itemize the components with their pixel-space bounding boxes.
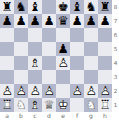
square-e4[interactable]: ♟♙	[56, 56, 70, 70]
chess-board: ♜♞♝♚♝♞♜♟♟♟♟♛♟♟♟♟♝♗♟♙♟♙♟♙♟♙♟♙♟♙♟♙♟♙♜♖♞♘♝♗…	[0, 0, 112, 112]
square-h1[interactable]: ♜♖	[98, 98, 112, 112]
square-e2[interactable]	[56, 84, 70, 98]
square-g8[interactable]: ♞	[84, 0, 98, 14]
white-bishop-fill: ♝	[28, 98, 42, 112]
square-e7[interactable]: ♛	[56, 14, 70, 28]
piece-white-pawn: ♙	[84, 84, 98, 98]
square-g3[interactable]	[84, 70, 98, 84]
square-d6[interactable]	[42, 28, 56, 42]
square-b8[interactable]: ♞	[14, 0, 28, 14]
square-b7[interactable]: ♟	[14, 14, 28, 28]
square-c5[interactable]	[28, 42, 42, 56]
square-b4[interactable]	[14, 56, 28, 70]
piece-black-rook: ♜	[0, 0, 14, 14]
piece-black-bishop: ♝	[70, 0, 84, 14]
rank-label-4: 4	[112, 56, 119, 70]
white-pawn-fill: ♟	[14, 84, 28, 98]
piece-white-bishop: ♗	[28, 56, 42, 70]
square-b3[interactable]	[14, 70, 28, 84]
piece-black-knight: ♞	[14, 0, 28, 14]
white-rook-fill: ♜	[98, 98, 112, 112]
square-f2[interactable]: ♟♙	[70, 84, 84, 98]
white-knight-fill: ♞	[14, 98, 28, 112]
piece-white-king: ♔	[56, 98, 70, 112]
piece-black-knight: ♞	[84, 0, 98, 14]
square-g1[interactable]: ♞♘	[84, 98, 98, 112]
square-h8[interactable]: ♜	[98, 0, 112, 14]
square-a4[interactable]	[0, 56, 14, 70]
square-f1[interactable]	[70, 98, 84, 112]
white-bishop-fill: ♝	[28, 56, 42, 70]
piece-white-pawn: ♙	[28, 84, 42, 98]
square-d2[interactable]: ♟♙	[42, 84, 56, 98]
square-h3[interactable]	[98, 70, 112, 84]
piece-white-rook: ♖	[0, 98, 14, 112]
white-pawn-fill: ♟	[70, 84, 84, 98]
piece-black-rook: ♜	[98, 0, 112, 14]
white-knight-fill: ♞	[84, 98, 98, 112]
file-label-g: g	[84, 112, 98, 120]
square-e8[interactable]: ♚	[56, 0, 70, 14]
square-h6[interactable]	[98, 28, 112, 42]
piece-black-pawn: ♟	[14, 14, 28, 28]
square-h5[interactable]	[98, 42, 112, 56]
white-rook-fill: ♜	[0, 98, 14, 112]
piece-white-knight: ♘	[14, 98, 28, 112]
rank-label-1: 1	[112, 98, 119, 112]
square-d1[interactable]: ♛♕	[42, 98, 56, 112]
square-b5[interactable]	[14, 42, 28, 56]
rank-label-2: 2	[112, 84, 119, 98]
square-e1[interactable]: ♚♔	[56, 98, 70, 112]
square-d5[interactable]	[42, 42, 56, 56]
square-c3[interactable]	[28, 70, 42, 84]
piece-white-pawn: ♙	[56, 56, 70, 70]
square-d7[interactable]: ♟	[42, 14, 56, 28]
square-c6[interactable]	[28, 28, 42, 42]
piece-white-pawn: ♙	[14, 84, 28, 98]
rank-label-3: 3	[112, 70, 119, 84]
rank-label-8: 8	[112, 0, 119, 14]
square-c8[interactable]: ♝	[28, 0, 42, 14]
square-c1[interactable]: ♝♗	[28, 98, 42, 112]
piece-black-pawn: ♟	[28, 14, 42, 28]
square-d3[interactable]	[42, 70, 56, 84]
piece-black-king: ♚	[56, 0, 70, 14]
piece-white-bishop: ♗	[28, 98, 42, 112]
file-label-e: e	[56, 112, 70, 120]
piece-white-pawn: ♙	[42, 84, 56, 98]
piece-white-pawn: ♙	[98, 84, 112, 98]
white-pawn-fill: ♟	[42, 84, 56, 98]
square-d4[interactable]	[42, 56, 56, 70]
white-pawn-fill: ♟	[0, 84, 14, 98]
square-f7[interactable]: ♟	[70, 14, 84, 28]
square-h7[interactable]: ♟	[98, 14, 112, 28]
white-pawn-fill: ♟	[84, 84, 98, 98]
piece-black-pawn: ♟	[0, 14, 14, 28]
file-label-b: b	[14, 112, 28, 120]
rank-coordinates: 87654321	[112, 0, 119, 112]
square-e6[interactable]	[56, 28, 70, 42]
file-coordinates: abcdefgh	[0, 112, 112, 120]
rank-label-7: 7	[112, 14, 119, 28]
file-label-f: f	[70, 112, 84, 120]
rank-label-6: 6	[112, 28, 119, 42]
rank-label-5: 5	[112, 42, 119, 56]
square-c2[interactable]: ♟♙	[28, 84, 42, 98]
white-queen-fill: ♛	[42, 98, 56, 112]
piece-white-knight: ♘	[84, 98, 98, 112]
piece-black-bishop: ♝	[28, 0, 42, 14]
file-label-a: a	[0, 112, 14, 120]
square-e3[interactable]	[56, 70, 70, 84]
square-g7[interactable]: ♟	[84, 14, 98, 28]
square-a3[interactable]	[0, 70, 14, 84]
square-b2[interactable]: ♟♙	[14, 84, 28, 98]
square-c7[interactable]: ♟	[28, 14, 42, 28]
square-b6[interactable]	[14, 28, 28, 42]
square-a6[interactable]	[0, 28, 14, 42]
piece-white-rook: ♖	[98, 98, 112, 112]
piece-black-pawn: ♟	[42, 14, 56, 28]
square-h2[interactable]: ♟♙	[98, 84, 112, 98]
file-label-d: d	[42, 112, 56, 120]
square-f4[interactable]	[70, 56, 84, 70]
square-f3[interactable]	[70, 70, 84, 84]
file-label-h: h	[98, 112, 112, 120]
square-c4[interactable]: ♝♗	[28, 56, 42, 70]
square-a2[interactable]: ♟♙	[0, 84, 14, 98]
piece-black-queen: ♛	[56, 14, 70, 28]
square-d8[interactable]	[42, 0, 56, 14]
square-g4[interactable]	[84, 56, 98, 70]
square-a1[interactable]: ♜♖	[0, 98, 14, 112]
piece-black-pawn: ♟	[84, 14, 98, 28]
white-pawn-fill: ♟	[98, 84, 112, 98]
piece-white-queen: ♕	[42, 98, 56, 112]
chess-board-widget: ♜♞♝♚♝♞♜♟♟♟♟♛♟♟♟♟♝♗♟♙♟♙♟♙♟♙♟♙♟♙♟♙♟♙♜♖♞♘♝♗…	[0, 0, 119, 120]
square-f5[interactable]	[70, 42, 84, 56]
piece-white-pawn: ♙	[70, 84, 84, 98]
square-g5[interactable]	[84, 42, 98, 56]
white-king-fill: ♚	[56, 98, 70, 112]
piece-black-pawn: ♟	[98, 14, 112, 28]
piece-white-pawn: ♙	[0, 84, 14, 98]
square-g6[interactable]	[84, 28, 98, 42]
square-e5[interactable]: ♟	[56, 42, 70, 56]
square-a5[interactable]	[0, 42, 14, 56]
square-b1[interactable]: ♞♘	[14, 98, 28, 112]
white-pawn-fill: ♟	[56, 56, 70, 70]
square-h4[interactable]	[98, 56, 112, 70]
piece-black-pawn: ♟	[56, 42, 70, 56]
file-label-c: c	[28, 112, 42, 120]
square-f8[interactable]: ♝	[70, 0, 84, 14]
white-pawn-fill: ♟	[28, 84, 42, 98]
square-f6[interactable]	[70, 28, 84, 42]
square-a7[interactable]: ♟	[0, 14, 14, 28]
piece-black-pawn: ♟	[70, 14, 84, 28]
square-a8[interactable]: ♜	[0, 0, 14, 14]
square-g2[interactable]: ♟♙	[84, 84, 98, 98]
